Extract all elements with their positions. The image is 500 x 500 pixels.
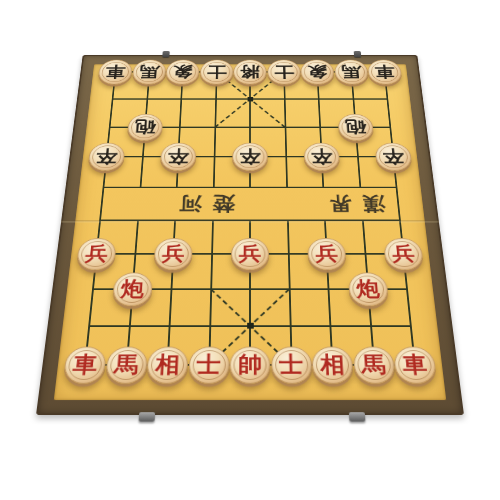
board-fold-seam (61, 220, 439, 222)
piece-black-general[interactable]: 將 (233, 60, 267, 85)
piece-glyph: 砲 (127, 115, 162, 141)
piece-red-cannon[interactable]: 炮 (111, 272, 152, 306)
piece-red-elephant[interactable]: 相 (311, 346, 354, 383)
piece-glyph: 卒 (88, 144, 124, 171)
piece-black-cannon[interactable]: 砲 (337, 114, 374, 141)
piece-glyph: 士 (200, 60, 232, 84)
piece-glyph: 帥 (230, 347, 269, 382)
hinge-icon (354, 51, 362, 57)
piece-red-advisor[interactable]: 士 (271, 346, 313, 383)
piece-glyph: 兵 (154, 238, 192, 269)
piece-glyph: 兵 (308, 238, 346, 269)
piece-red-cannon[interactable]: 炮 (347, 272, 388, 306)
piece-red-soldier[interactable]: 兵 (231, 238, 269, 270)
piece-glyph: 卒 (375, 144, 411, 171)
river-label-left: 楚河 (158, 190, 255, 219)
piece-red-general[interactable]: 帥 (229, 346, 270, 383)
piece-glyph: 車 (368, 60, 402, 84)
piece-glyph: 馬 (353, 347, 395, 382)
clasp-icon (349, 412, 366, 421)
piece-black-soldier[interactable]: 卒 (374, 143, 412, 171)
piece-black-soldier[interactable]: 卒 (232, 143, 268, 171)
piece-glyph: 卒 (304, 144, 339, 171)
piece-glyph: 馬 (334, 60, 368, 84)
piece-glyph: 相 (147, 347, 188, 382)
piece-glyph: 卒 (233, 144, 267, 171)
piece-black-chariot[interactable]: 車 (97, 60, 133, 85)
xiangqi-set-photo: 楚河 漢界 車馬象士將士象馬車砲砲卒卒卒卒卒兵兵兵兵兵炮炮車馬相士帥士相馬車 (0, 0, 500, 500)
piece-glyph: 兵 (77, 238, 116, 269)
piece-black-elephant[interactable]: 象 (165, 60, 200, 85)
piece-glyph: 兵 (384, 238, 423, 269)
piece-glyph: 士 (268, 60, 300, 84)
piece-black-soldier[interactable]: 卒 (87, 143, 125, 171)
piece-black-chariot[interactable]: 車 (367, 60, 403, 85)
piece-red-soldier[interactable]: 兵 (383, 238, 424, 270)
piece-black-horse[interactable]: 馬 (131, 60, 166, 85)
piece-black-horse[interactable]: 馬 (334, 60, 369, 85)
piece-red-horse[interactable]: 馬 (352, 346, 396, 383)
piece-glyph: 將 (234, 60, 266, 84)
palace-center-dot (247, 97, 253, 101)
piece-glyph: 士 (189, 347, 229, 382)
piece-glyph: 車 (64, 347, 106, 382)
piece-black-soldier[interactable]: 卒 (303, 143, 340, 171)
piece-red-advisor[interactable]: 士 (188, 346, 230, 383)
piece-black-cannon[interactable]: 砲 (126, 114, 163, 141)
piece-red-soldier[interactable]: 兵 (307, 238, 347, 270)
piece-glyph: 炮 (112, 273, 151, 305)
piece-glyph: 兵 (232, 238, 268, 269)
piece-glyph: 馬 (132, 60, 166, 84)
piece-red-elephant[interactable]: 相 (146, 346, 189, 383)
piece-red-soldier[interactable]: 兵 (76, 238, 117, 270)
piece-glyph: 相 (312, 347, 353, 382)
piece-red-horse[interactable]: 馬 (104, 346, 148, 383)
piece-glyph: 象 (301, 60, 334, 84)
piece-black-advisor[interactable]: 士 (199, 60, 233, 85)
palace-center-dot (247, 323, 254, 329)
piece-red-soldier[interactable]: 兵 (153, 238, 193, 270)
piece-black-advisor[interactable]: 士 (267, 60, 301, 85)
piece-glyph: 馬 (105, 347, 147, 382)
piece-glyph: 象 (166, 60, 199, 84)
piece-black-elephant[interactable]: 象 (300, 60, 335, 85)
piece-glyph: 卒 (161, 144, 196, 171)
piece-glyph: 砲 (338, 115, 373, 141)
river-label-right: 漢界 (309, 190, 407, 219)
piece-red-chariot[interactable]: 車 (393, 346, 438, 383)
hinge-icon (162, 51, 169, 57)
piece-glyph: 車 (98, 60, 132, 84)
piece-black-soldier[interactable]: 卒 (160, 143, 197, 171)
piece-glyph: 炮 (348, 273, 387, 305)
xiangqi-board: 楚河 漢界 車馬象士將士象馬車砲砲卒卒卒卒卒兵兵兵兵兵炮炮車馬相士帥士相馬車 (36, 55, 464, 415)
piece-glyph: 士 (272, 347, 312, 382)
piece-red-chariot[interactable]: 車 (63, 346, 108, 383)
clasp-icon (139, 412, 156, 421)
piece-glyph: 車 (394, 347, 436, 382)
